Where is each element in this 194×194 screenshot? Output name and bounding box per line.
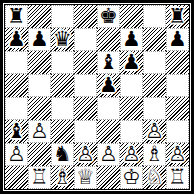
black-bishop: ♝ [7,121,26,142]
square-d5[interactable] [74,74,97,97]
white-queen: ♕ [76,167,95,188]
square-a3[interactable]: ♝ [5,120,28,143]
white-bishop: ♗ [145,144,164,165]
square-f5[interactable] [120,74,143,97]
square-b5[interactable] [28,74,51,97]
white-rook: ♖ [30,167,49,188]
square-g4[interactable] [143,97,166,120]
square-b4[interactable] [28,97,51,120]
white-rook: ♖ [168,167,187,188]
chess-board-inner: ♜♚♜♟♟♛♟♟♝♟♟♝♙♙♙♞♙♙♙♗♙♖♗♕♔♘♖ [4,4,190,190]
black-rook: ♜ [168,6,187,27]
square-e1[interactable] [97,166,120,189]
chess-board: ♜♚♜♟♟♛♟♟♝♟♟♝♙♙♙♞♙♙♙♗♙♖♗♕♔♘♖ [0,0,194,194]
square-f6[interactable]: ♟ [120,51,143,74]
square-d1[interactable]: ♕ [74,166,97,189]
square-g5[interactable] [143,74,166,97]
white-pawn: ♙ [145,121,164,142]
square-b8[interactable] [28,5,51,28]
white-king: ♔ [122,167,141,188]
black-rook: ♜ [7,6,26,27]
square-e5[interactable]: ♟ [97,74,120,97]
white-pawn: ♙ [122,144,141,165]
square-d2[interactable]: ♙ [74,143,97,166]
square-b6[interactable] [28,51,51,74]
square-e4[interactable] [97,97,120,120]
square-b3[interactable]: ♙ [28,120,51,143]
square-d6[interactable] [74,51,97,74]
square-c3[interactable] [51,120,74,143]
black-pawn: ♟ [99,75,118,96]
square-h4[interactable] [166,97,189,120]
square-f3[interactable] [120,120,143,143]
square-h8[interactable]: ♜ [166,5,189,28]
square-h1[interactable]: ♖ [166,166,189,189]
black-bishop: ♝ [99,52,118,73]
square-f4[interactable] [120,97,143,120]
black-pawn: ♟ [168,29,187,50]
square-c7[interactable]: ♛ [51,28,74,51]
square-d4[interactable] [74,97,97,120]
square-h5[interactable] [166,74,189,97]
black-pawn: ♟ [122,52,141,73]
square-g8[interactable] [143,5,166,28]
square-a1[interactable] [5,166,28,189]
square-e8[interactable]: ♚ [97,5,120,28]
square-e3[interactable] [97,120,120,143]
square-e2[interactable]: ♙ [97,143,120,166]
square-e6[interactable]: ♝ [97,51,120,74]
chess-board-grid: ♜♚♜♟♟♛♟♟♝♟♟♝♙♙♙♞♙♙♙♗♙♖♗♕♔♘♖ [5,5,189,189]
black-knight: ♞ [53,144,72,165]
square-h7[interactable]: ♟ [166,28,189,51]
square-c2[interactable]: ♞ [51,143,74,166]
square-c5[interactable] [51,74,74,97]
square-g6[interactable] [143,51,166,74]
square-h3[interactable] [166,120,189,143]
white-bishop: ♗ [53,167,72,188]
square-b2[interactable] [28,143,51,166]
square-b1[interactable]: ♖ [28,166,51,189]
square-e7[interactable] [97,28,120,51]
white-knight: ♘ [145,167,164,188]
square-d8[interactable] [74,5,97,28]
black-queen: ♛ [53,29,72,50]
square-a6[interactable] [5,51,28,74]
square-a8[interactable]: ♜ [5,5,28,28]
white-pawn: ♙ [7,144,26,165]
white-pawn: ♙ [99,144,118,165]
square-c1[interactable]: ♗ [51,166,74,189]
square-c6[interactable] [51,51,74,74]
square-d3[interactable] [74,120,97,143]
square-g1[interactable]: ♘ [143,166,166,189]
square-a2[interactable]: ♙ [5,143,28,166]
black-pawn: ♟ [7,29,26,50]
white-pawn: ♙ [168,144,187,165]
square-f8[interactable] [120,5,143,28]
square-a5[interactable] [5,74,28,97]
square-f2[interactable]: ♙ [120,143,143,166]
square-a7[interactable]: ♟ [5,28,28,51]
square-h6[interactable] [166,51,189,74]
square-c8[interactable] [51,5,74,28]
square-c4[interactable] [51,97,74,120]
square-g7[interactable] [143,28,166,51]
square-h2[interactable]: ♙ [166,143,189,166]
square-g3[interactable]: ♙ [143,120,166,143]
black-king: ♚ [99,6,118,27]
square-f1[interactable]: ♔ [120,166,143,189]
square-g2[interactable]: ♗ [143,143,166,166]
white-pawn: ♙ [76,144,95,165]
square-b7[interactable]: ♟ [28,28,51,51]
white-pawn: ♙ [30,121,49,142]
square-f7[interactable]: ♟ [120,28,143,51]
square-a4[interactable] [5,97,28,120]
black-pawn: ♟ [122,29,141,50]
black-pawn: ♟ [30,29,49,50]
square-d7[interactable] [74,28,97,51]
